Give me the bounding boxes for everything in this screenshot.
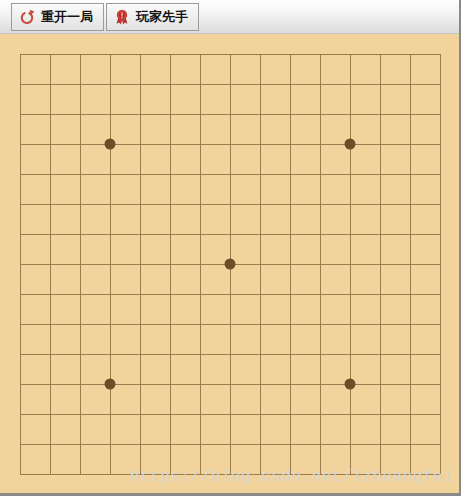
board-cell[interactable] [20,324,50,354]
board-cell[interactable] [380,324,410,354]
board-cell[interactable] [20,414,50,444]
board-cell[interactable] [50,234,80,264]
board-cell[interactable] [230,174,260,204]
board-cell[interactable] [230,414,260,444]
board-cell[interactable] [20,54,50,84]
board-cell[interactable] [50,54,80,84]
board-cell[interactable] [350,354,380,384]
board-cell[interactable] [290,54,320,84]
board-cell[interactable] [170,294,200,324]
board-cell[interactable] [290,294,320,324]
board-cell[interactable] [290,84,320,114]
board-cell[interactable] [80,414,110,444]
board-cell[interactable] [290,414,320,444]
board-cell[interactable] [350,444,380,474]
board-cell[interactable] [200,324,230,354]
board-cell[interactable] [380,114,410,144]
board-cell[interactable] [20,264,50,294]
board-cell[interactable] [140,204,170,234]
board-cell[interactable] [140,444,170,474]
board-cell[interactable] [110,54,140,84]
board-cell[interactable] [80,234,110,264]
restart-button-label: 重开一局 [41,8,93,26]
board-cell[interactable] [350,114,380,144]
board-cell[interactable] [410,324,440,354]
board-cell[interactable] [290,444,320,474]
board-cell[interactable] [260,414,290,444]
board-cell[interactable] [200,144,230,174]
board-cell[interactable] [320,234,350,264]
toolbar: 重开一局 玩家先手 [0,0,459,34]
board-cell[interactable] [410,114,440,144]
player-first-button-label: 玩家先手 [136,8,188,26]
board-cell[interactable] [350,414,380,444]
board-cell[interactable] [260,444,290,474]
board-cell[interactable] [290,264,320,294]
board-cell[interactable] [380,444,410,474]
board-cell[interactable] [410,144,440,174]
board-cell[interactable] [80,444,110,474]
board-cell[interactable] [200,84,230,114]
board-cell[interactable] [380,264,410,294]
board-cell[interactable] [320,444,350,474]
board-cell[interactable] [200,384,230,414]
board-cell[interactable] [410,84,440,114]
board-cell[interactable] [200,294,230,324]
board-cell[interactable] [50,114,80,144]
board-cell[interactable] [320,294,350,324]
board-cell[interactable] [110,384,140,414]
board-cell[interactable] [200,174,230,204]
board-cell[interactable] [50,414,80,444]
board-cell[interactable] [170,114,200,144]
board-cell[interactable] [230,384,260,414]
board-cell[interactable] [50,324,80,354]
board-cell[interactable] [170,444,200,474]
board-cell[interactable] [20,84,50,114]
board-cell[interactable] [320,324,350,354]
board-cell[interactable] [110,264,140,294]
board-cell[interactable] [80,204,110,234]
board-cell[interactable] [410,54,440,84]
restart-icon [19,9,35,25]
board-cell[interactable] [110,414,140,444]
board-cell[interactable] [140,84,170,114]
board-cell[interactable] [110,114,140,144]
board-cell[interactable] [290,114,320,144]
board-cell[interactable] [290,204,320,234]
board-cell[interactable] [260,384,290,414]
board-cell[interactable] [260,324,290,354]
board-cell[interactable] [50,174,80,204]
board-cell[interactable] [230,114,260,144]
ribbon-medal-icon [114,9,130,25]
board-cell[interactable] [350,54,380,84]
board-cell[interactable] [350,264,380,294]
board-cell[interactable] [170,204,200,234]
board-cell[interactable] [110,354,140,384]
board: https://blog.csdn.net/lzhuangfei [0,34,459,493]
board-cell[interactable] [260,294,290,324]
board-cell[interactable] [380,174,410,204]
board-cell[interactable] [80,384,110,414]
board-cell[interactable] [260,54,290,84]
board-cell[interactable] [260,144,290,174]
board-cell[interactable] [260,204,290,234]
board-cell[interactable] [110,174,140,204]
board-cell[interactable] [230,84,260,114]
player-first-button[interactable]: 玩家先手 [106,3,199,31]
board-cell[interactable] [80,174,110,204]
board-cell[interactable] [350,174,380,204]
board-cell[interactable] [230,204,260,234]
board-cell[interactable] [410,234,440,264]
board-cell[interactable] [200,54,230,84]
board-cell[interactable] [170,144,200,174]
board-cell[interactable] [140,144,170,174]
board-cell[interactable] [320,414,350,444]
board-cell[interactable] [80,84,110,114]
board-cell[interactable] [140,264,170,294]
board-cell[interactable] [350,294,380,324]
board-cell[interactable] [320,114,350,144]
board-cell[interactable] [380,204,410,234]
board-cell[interactable] [350,384,380,414]
board-cell[interactable] [110,294,140,324]
board-cell[interactable] [20,174,50,204]
board-cell[interactable] [380,414,410,444]
board-cell[interactable] [350,234,380,264]
board-cell[interactable] [140,414,170,444]
board-cell[interactable] [110,234,140,264]
board-cell[interactable] [50,144,80,174]
board-cell[interactable] [200,444,230,474]
board-cell[interactable] [140,174,170,204]
board-cell[interactable] [200,204,230,234]
board-cell[interactable] [170,264,200,294]
board-cell[interactable] [410,354,440,384]
board-cell[interactable] [140,324,170,354]
board-cell[interactable] [380,84,410,114]
board-cell[interactable] [200,114,230,144]
board-cell[interactable] [80,54,110,84]
board-cell[interactable] [170,174,200,204]
board-cell[interactable] [230,354,260,384]
board-cell[interactable] [140,234,170,264]
board-cell[interactable] [320,84,350,114]
board-cell[interactable] [80,114,110,144]
board-cell[interactable] [230,234,260,264]
board-cell[interactable] [290,234,320,264]
board-cell[interactable] [200,354,230,384]
board-cell[interactable] [80,294,110,324]
board-cell[interactable] [260,354,290,384]
board-cell[interactable] [20,234,50,264]
board-cell[interactable] [350,324,380,354]
board-cell[interactable] [140,114,170,144]
board-cell[interactable] [110,324,140,354]
board-cell[interactable] [50,264,80,294]
board-cell[interactable] [170,384,200,414]
board-cell[interactable] [320,384,350,414]
board-cell[interactable] [230,324,260,354]
board-cell[interactable] [140,54,170,84]
board-cell[interactable] [290,324,320,354]
board-cell[interactable] [380,294,410,324]
board-cell[interactable] [20,144,50,174]
board-cell[interactable] [50,354,80,384]
board-cell[interactable] [200,414,230,444]
board-cell[interactable] [200,234,230,264]
board-cell[interactable] [20,114,50,144]
board-cell[interactable] [350,204,380,234]
board-cell[interactable] [200,264,230,294]
board-cell[interactable] [350,84,380,114]
board-cell[interactable] [380,354,410,384]
board-cell[interactable] [410,384,440,414]
board-cell[interactable] [80,354,110,384]
board-cell[interactable] [20,294,50,324]
board-cell[interactable] [230,444,260,474]
board-cell[interactable] [290,384,320,414]
board-cell[interactable] [110,204,140,234]
board-cell[interactable] [320,204,350,234]
board-cell[interactable] [20,444,50,474]
board-cell[interactable] [290,144,320,174]
board-cell[interactable] [290,174,320,204]
board-cell[interactable] [170,54,200,84]
board-cell[interactable] [230,264,260,294]
board-cell[interactable] [20,384,50,414]
restart-button[interactable]: 重开一局 [11,3,104,31]
board-cell[interactable] [410,294,440,324]
board-cell[interactable] [80,264,110,294]
board-cell[interactable] [320,354,350,384]
board-cell[interactable] [170,414,200,444]
board-cell[interactable] [50,444,80,474]
board-cell[interactable] [290,354,320,384]
board-cell[interactable] [50,294,80,324]
board-cell[interactable] [110,444,140,474]
board-cell[interactable] [140,384,170,414]
board-cell[interactable] [320,54,350,84]
board-grid[interactable] [20,54,441,475]
board-cell[interactable] [380,234,410,264]
board-cell[interactable] [230,294,260,324]
app-window: 重开一局 玩家先手 https://blog.csdn.net/lzhuangf… [0,0,461,496]
board-cell[interactable] [50,384,80,414]
board-cell[interactable] [260,114,290,144]
board-cell[interactable] [80,324,110,354]
board-cell[interactable] [170,234,200,264]
board-cell[interactable] [110,84,140,114]
board-cell[interactable] [320,264,350,294]
board-cell[interactable] [80,144,110,174]
board-cell[interactable] [20,204,50,234]
board-cell[interactable] [410,444,440,474]
board-cell[interactable] [350,144,380,174]
board-cell[interactable] [380,54,410,84]
board-cell[interactable] [410,414,440,444]
board-cell[interactable] [230,54,260,84]
board-cell[interactable] [380,144,410,174]
board-cell[interactable] [50,204,80,234]
board-cell[interactable] [260,264,290,294]
board-cell[interactable] [170,324,200,354]
board-cell[interactable] [320,174,350,204]
board-cell[interactable] [380,384,410,414]
board-cell[interactable] [230,144,260,174]
board-cell[interactable] [50,84,80,114]
board-cell[interactable] [410,264,440,294]
board-cell[interactable] [110,144,140,174]
board-cell[interactable] [410,204,440,234]
board-cell[interactable] [140,354,170,384]
board-cell[interactable] [170,84,200,114]
board-cell[interactable] [410,174,440,204]
board-cell[interactable] [260,174,290,204]
board-cell[interactable] [320,144,350,174]
board-cell[interactable] [20,354,50,384]
board-cell[interactable] [140,294,170,324]
board-cell[interactable] [260,84,290,114]
board-cell[interactable] [260,234,290,264]
board-cell[interactable] [170,354,200,384]
